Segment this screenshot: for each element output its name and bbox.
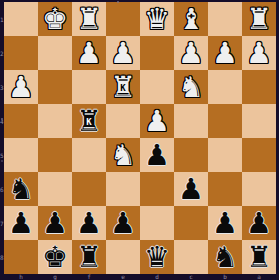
piece-white-knight[interactable]: ♞ (174, 70, 208, 104)
square-d2[interactable] (140, 36, 174, 70)
piece-black-pawn[interactable]: ♟ (106, 206, 140, 240)
square-b7[interactable]: ♟ (208, 206, 242, 240)
square-h8[interactable] (4, 240, 38, 274)
square-e7[interactable]: ♟ (106, 206, 140, 240)
square-c5[interactable] (174, 138, 208, 172)
piece-black-pawn[interactable]: ♟ (242, 206, 276, 240)
square-g2[interactable] (38, 36, 72, 70)
square-c6[interactable]: ♟ (174, 172, 208, 206)
square-a7[interactable]: ♟ (242, 206, 276, 240)
square-g3[interactable] (38, 70, 72, 104)
border-speckle (1, 160, 3, 162)
square-a4[interactable] (242, 104, 276, 138)
file-labels: hgfedcba (4, 273, 276, 280)
square-g6[interactable] (38, 172, 72, 206)
square-d3[interactable] (140, 70, 174, 104)
square-h1[interactable] (4, 2, 38, 36)
piece-black-queen[interactable]: ♛ (140, 240, 174, 274)
square-f5[interactable] (72, 138, 106, 172)
rank-label-5: 5 (0, 138, 4, 172)
file-label-b: b (208, 273, 242, 280)
square-a2[interactable]: ♟ (242, 36, 276, 70)
square-b1[interactable] (208, 2, 242, 36)
rank-label-8: 8 (0, 240, 4, 274)
square-c4[interactable] (174, 104, 208, 138)
piece-white-pawn[interactable]: ♟ (208, 36, 242, 70)
square-e6[interactable] (106, 172, 140, 206)
piece-black-rook[interactable]: ♜ (72, 240, 106, 274)
piece-black-knight[interactable]: ♞ (208, 240, 242, 274)
square-e4[interactable] (106, 104, 140, 138)
square-d6[interactable] (140, 172, 174, 206)
square-d5[interactable]: ♟ (140, 138, 174, 172)
file-label-e: e (106, 273, 140, 280)
piece-white-pawn[interactable]: ♟ (242, 36, 276, 70)
file-label-f: f (72, 273, 106, 280)
square-h2[interactable] (4, 36, 38, 70)
square-a5[interactable] (242, 138, 276, 172)
piece-white-pawn[interactable]: ♟ (174, 36, 208, 70)
piece-white-bishop[interactable]: ♝ (174, 2, 208, 36)
piece-black-rook-k-badged[interactable]: ♜ (72, 104, 106, 138)
square-f8[interactable]: ♜ (72, 240, 106, 274)
piece-black-pawn[interactable]: ♟ (174, 172, 208, 206)
square-g5[interactable] (38, 138, 72, 172)
piece-white-rook-k-badged[interactable]: ♜ (106, 70, 140, 104)
chess-board: ♚♜♛♝♜♟♟♟♟♟♟♜K♞♜K♟♞♟♞♟♟♟♟♟♟♟♚♜♛♞♜ (4, 2, 276, 274)
rank-label-6: 6 (0, 172, 4, 206)
square-b3[interactable] (208, 70, 242, 104)
square-f3[interactable] (72, 70, 106, 104)
piece-white-king[interactable]: ♚ (38, 2, 72, 36)
square-b2[interactable]: ♟ (208, 36, 242, 70)
square-c7[interactable] (174, 206, 208, 240)
square-f6[interactable] (72, 172, 106, 206)
square-a6[interactable] (242, 172, 276, 206)
square-c1[interactable]: ♝ (174, 2, 208, 36)
piece-white-knight[interactable]: ♞ (106, 138, 140, 172)
square-h3[interactable]: ♟ (4, 70, 38, 104)
square-b4[interactable] (208, 104, 242, 138)
square-b5[interactable] (208, 138, 242, 172)
rank-label-1: 1 (0, 2, 4, 36)
piece-white-pawn[interactable]: ♟ (106, 36, 140, 70)
square-a1[interactable]: ♜ (242, 2, 276, 36)
square-h6[interactable]: ♞ (4, 172, 38, 206)
square-h5[interactable] (4, 138, 38, 172)
rank-label-3: 3 (0, 70, 4, 104)
square-g7[interactable]: ♟ (38, 206, 72, 240)
square-c8[interactable] (174, 240, 208, 274)
rank-labels: 12345678 (0, 2, 4, 274)
square-d1[interactable]: ♛ (140, 2, 174, 36)
border-speckle (1, 118, 3, 120)
piece-black-knight[interactable]: ♞ (4, 172, 38, 206)
square-b8[interactable]: ♞ (208, 240, 242, 274)
piece-black-rook[interactable]: ♜ (242, 240, 276, 274)
square-e8[interactable] (106, 240, 140, 274)
square-e3[interactable]: ♜K (106, 70, 140, 104)
rank-label-2: 2 (0, 36, 4, 70)
piece-black-pawn[interactable]: ♟ (72, 206, 106, 240)
square-g4[interactable] (38, 104, 72, 138)
square-f1[interactable]: ♜ (72, 2, 106, 36)
piece-black-pawn[interactable]: ♟ (38, 206, 72, 240)
square-d8[interactable]: ♛ (140, 240, 174, 274)
piece-white-rook[interactable]: ♜ (242, 2, 276, 36)
square-c3[interactable]: ♞ (174, 70, 208, 104)
file-label-h: h (4, 273, 38, 280)
border-speckle (117, 1, 119, 3)
square-h4[interactable] (4, 104, 38, 138)
piece-white-pawn[interactable]: ♟ (140, 104, 174, 138)
square-e5[interactable]: ♞ (106, 138, 140, 172)
piece-white-pawn[interactable]: ♟ (72, 36, 106, 70)
piece-white-rook[interactable]: ♜ (72, 2, 106, 36)
file-label-c: c (174, 273, 208, 280)
square-h7[interactable]: ♟ (4, 206, 38, 240)
square-d7[interactable] (140, 206, 174, 240)
rank-label-7: 7 (0, 206, 4, 240)
piece-black-pawn[interactable]: ♟ (140, 138, 174, 172)
file-label-g: g (38, 273, 72, 280)
piece-black-pawn[interactable]: ♟ (4, 206, 38, 240)
square-e1[interactable] (106, 2, 140, 36)
file-label-a: a (242, 273, 276, 280)
piece-black-pawn[interactable]: ♟ (208, 206, 242, 240)
square-g8[interactable]: ♚ (38, 240, 72, 274)
square-b6[interactable] (208, 172, 242, 206)
piece-white-queen[interactable]: ♛ (140, 2, 174, 36)
square-f4[interactable]: ♜K (72, 104, 106, 138)
square-f2[interactable]: ♟ (72, 36, 106, 70)
square-a8[interactable]: ♜ (242, 240, 276, 274)
square-e2[interactable]: ♟ (106, 36, 140, 70)
square-a3[interactable] (242, 70, 276, 104)
square-d4[interactable]: ♟ (140, 104, 174, 138)
square-g1[interactable]: ♚ (38, 2, 72, 36)
square-c2[interactable]: ♟ (174, 36, 208, 70)
file-label-d: d (140, 273, 174, 280)
rank-label-4: 4 (0, 104, 4, 138)
piece-white-pawn[interactable]: ♟ (4, 70, 38, 104)
piece-black-king[interactable]: ♚ (38, 240, 72, 274)
square-f7[interactable]: ♟ (72, 206, 106, 240)
